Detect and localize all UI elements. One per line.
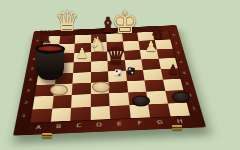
board-square: [109, 93, 129, 106]
white-die: [114, 69, 122, 77]
white-king: ♚: [111, 7, 139, 38]
board-square: [72, 72, 90, 84]
black-queen: ♛: [105, 44, 127, 68]
brass-hinge: [172, 125, 182, 130]
white-pawn: ♟: [145, 39, 158, 53]
board-square: [148, 103, 170, 117]
rank-label: 7: [171, 39, 182, 48]
white-pawn: ♟: [76, 46, 89, 60]
board-square: [110, 105, 131, 119]
board-square: [126, 80, 146, 92]
board-square: [71, 94, 90, 107]
board-square: [50, 107, 71, 121]
rank-label: 6: [173, 48, 184, 58]
file-label: C: [69, 120, 90, 131]
file-label: F: [129, 118, 150, 129]
board-square: [72, 83, 91, 95]
rank-label: 4: [25, 74, 36, 85]
board-square: [108, 81, 127, 93]
file-label: B: [48, 121, 69, 132]
rank-label: 3: [22, 85, 34, 97]
file-label: D: [89, 119, 109, 130]
black-die: [127, 67, 135, 75]
dice-cup: [36, 48, 64, 80]
light-checker-disc: [50, 85, 68, 96]
board-square: [144, 80, 164, 92]
board-square: [52, 95, 72, 108]
rank-label: 2: [20, 96, 32, 109]
board-square: [70, 107, 90, 121]
board-square: [30, 108, 51, 122]
board-square: [167, 102, 190, 116]
rank-label: 1: [187, 101, 201, 114]
board-square: [162, 79, 183, 91]
rank-label: 3: [181, 78, 194, 90]
dark-checker-disc: [172, 92, 190, 103]
light-checker-disc: [92, 82, 110, 93]
board-square: [143, 69, 163, 81]
file-label: A: [28, 122, 50, 133]
black-pawn: ♟: [167, 63, 179, 76]
die-pip: [118, 74, 120, 76]
board-square: [33, 96, 54, 109]
die-pip: [131, 72, 133, 74]
brass-hinge: [42, 133, 52, 138]
die-pip: [129, 68, 131, 70]
black-rook: ♜: [37, 29, 52, 46]
board-square: [90, 93, 109, 106]
file-label: E: [109, 119, 130, 130]
dark-checker-disc: [132, 96, 150, 107]
rank-label: 1: [17, 109, 29, 123]
white-queen: ♛: [54, 8, 79, 36]
die-pip: [116, 70, 118, 72]
rank-label: 4: [178, 67, 190, 78]
file-label: G: [149, 117, 171, 128]
board-square: [90, 106, 110, 120]
chess-set-photo: ABCDEFGH 87654321 87654321 ♛♝♚♞♟♜♞♟♛♟: [0, 0, 240, 150]
